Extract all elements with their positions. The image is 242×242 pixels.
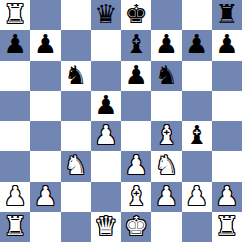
white-bishop[interactable]: ♝ [124,183,147,209]
square-e2[interactable]: ♝ [121,182,151,212]
square-b7[interactable]: ♟ [30,30,60,60]
square-h6[interactable] [212,61,242,91]
white-knight[interactable]: ♞ [64,152,87,178]
chess-board: ♜♛♚♜♟♟♝♟♟♟♞♟♞♟♟♝♝♞♟♞♟♟♝♟♟♟♜♛♚♜ [0,0,242,242]
black-bishop[interactable]: ♝ [185,122,208,148]
square-e1[interactable]: ♚ [121,212,151,242]
square-c6[interactable]: ♞ [61,61,91,91]
white-knight[interactable]: ♞ [155,152,178,178]
square-c3[interactable]: ♞ [61,151,91,181]
square-a5[interactable] [0,91,30,121]
square-h1[interactable]: ♜ [212,212,242,242]
square-d3[interactable] [91,151,121,181]
white-pawn[interactable]: ♟ [185,183,208,209]
square-g4[interactable]: ♝ [182,121,212,151]
white-pawn[interactable]: ♟ [94,122,117,148]
square-d7[interactable] [91,30,121,60]
square-d5[interactable]: ♟ [91,91,121,121]
square-a3[interactable] [0,151,30,181]
white-pawn[interactable]: ♟ [34,183,57,209]
square-c7[interactable] [61,30,91,60]
square-f4[interactable]: ♝ [151,121,181,151]
square-e3[interactable]: ♟ [121,151,151,181]
white-pawn[interactable]: ♟ [215,183,238,209]
square-c8[interactable] [61,0,91,30]
square-b3[interactable] [30,151,60,181]
black-queen[interactable]: ♛ [94,1,117,27]
square-g7[interactable]: ♟ [182,30,212,60]
square-h2[interactable]: ♟ [212,182,242,212]
white-rook[interactable]: ♜ [3,213,26,239]
square-e5[interactable] [121,91,151,121]
square-d2[interactable] [91,182,121,212]
square-f1[interactable] [151,212,181,242]
square-b5[interactable] [30,91,60,121]
square-a8[interactable]: ♜ [0,0,30,30]
square-h7[interactable]: ♟ [212,30,242,60]
square-h5[interactable] [212,91,242,121]
square-f8[interactable] [151,0,181,30]
black-bishop[interactable]: ♝ [124,31,147,57]
square-b8[interactable] [30,0,60,30]
square-h8[interactable]: ♜ [212,0,242,30]
square-g8[interactable] [182,0,212,30]
square-a7[interactable]: ♟ [0,30,30,60]
square-c1[interactable] [61,212,91,242]
square-f7[interactable]: ♟ [151,30,181,60]
square-c5[interactable] [61,91,91,121]
square-f6[interactable]: ♞ [151,61,181,91]
square-b2[interactable]: ♟ [30,182,60,212]
square-g2[interactable]: ♟ [182,182,212,212]
black-pawn[interactable]: ♟ [215,31,238,57]
white-rook[interactable]: ♜ [215,213,238,239]
white-queen[interactable]: ♛ [94,213,117,239]
square-g5[interactable] [182,91,212,121]
black-pawn[interactable]: ♟ [185,31,208,57]
square-h4[interactable] [212,121,242,151]
square-e6[interactable]: ♟ [121,61,151,91]
square-a1[interactable]: ♜ [0,212,30,242]
square-a2[interactable]: ♟ [0,182,30,212]
square-d8[interactable]: ♛ [91,0,121,30]
black-pawn[interactable]: ♟ [124,62,147,88]
square-g1[interactable] [182,212,212,242]
white-pawn[interactable]: ♟ [124,152,147,178]
square-f2[interactable]: ♟ [151,182,181,212]
square-b1[interactable] [30,212,60,242]
square-a6[interactable] [0,61,30,91]
square-f5[interactable] [151,91,181,121]
square-g6[interactable] [182,61,212,91]
square-c4[interactable] [61,121,91,151]
square-d1[interactable]: ♛ [91,212,121,242]
white-pawn[interactable]: ♟ [3,183,26,209]
black-pawn[interactable]: ♟ [155,31,178,57]
black-pawn[interactable]: ♟ [94,92,117,118]
square-d4[interactable]: ♟ [91,121,121,151]
black-knight[interactable]: ♞ [64,62,87,88]
square-a4[interactable] [0,121,30,151]
black-rook[interactable]: ♜ [215,1,238,27]
square-e7[interactable]: ♝ [121,30,151,60]
square-b6[interactable] [30,61,60,91]
white-bishop[interactable]: ♝ [155,122,178,148]
square-b4[interactable] [30,121,60,151]
square-e4[interactable] [121,121,151,151]
square-h3[interactable] [212,151,242,181]
black-pawn[interactable]: ♟ [3,31,26,57]
square-g3[interactable] [182,151,212,181]
square-e8[interactable]: ♚ [121,0,151,30]
square-c2[interactable] [61,182,91,212]
square-d6[interactable] [91,61,121,91]
white-rook[interactable]: ♜ [3,1,26,27]
square-f3[interactable]: ♞ [151,151,181,181]
white-pawn[interactable]: ♟ [155,183,178,209]
black-pawn[interactable]: ♟ [34,31,57,57]
black-king[interactable]: ♚ [124,1,147,27]
white-king[interactable]: ♚ [124,213,147,239]
black-knight[interactable]: ♞ [155,62,178,88]
